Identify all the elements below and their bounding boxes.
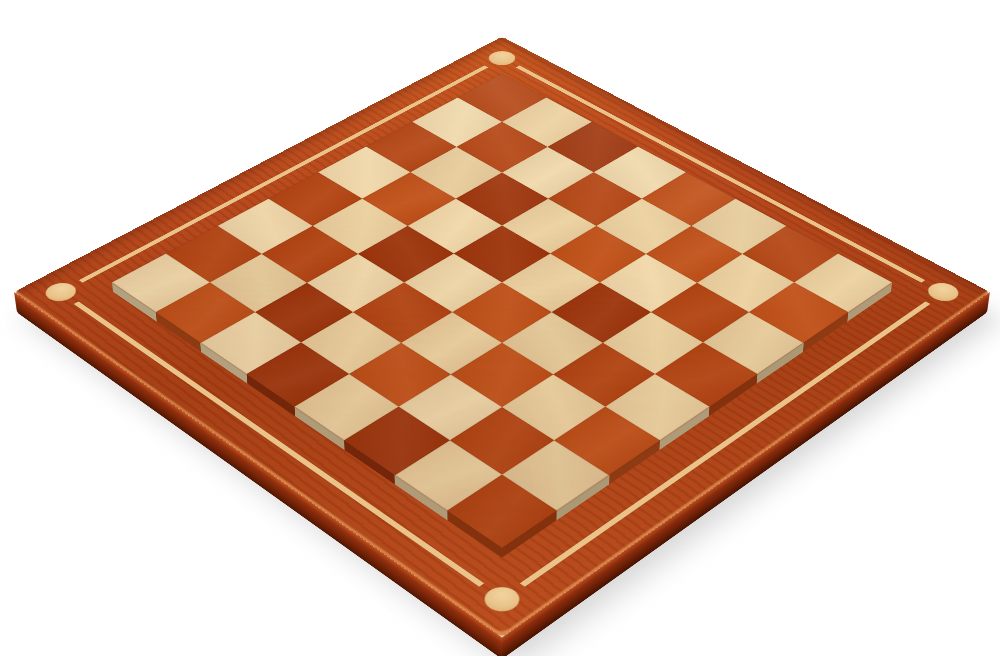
inlay-corner-dot xyxy=(40,279,82,305)
inlay-corner-dot xyxy=(477,582,526,616)
chessboard xyxy=(14,37,990,638)
board-frame xyxy=(14,37,990,638)
scene xyxy=(0,0,1000,656)
inlay-corner-dot xyxy=(922,279,964,305)
inlay-corner-dot xyxy=(483,48,520,68)
